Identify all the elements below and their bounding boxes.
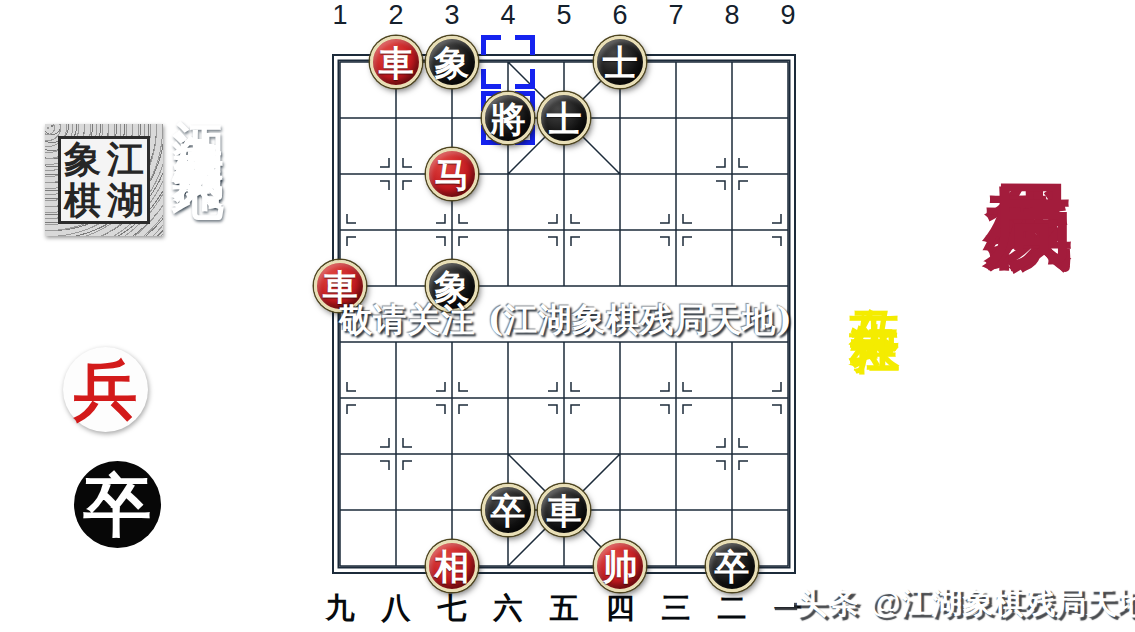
jianghu-xiangqi-seal: 象江棋湖 — [45, 124, 163, 236]
rank-label: 九 — [320, 589, 360, 629]
piece-red-車[interactable]: 車 — [370, 36, 422, 88]
file-label-1: 1 — [322, 0, 358, 31]
seal-char: 象 — [61, 139, 104, 180]
piece-red-相[interactable]: 相 — [426, 540, 478, 592]
rank-label: 四 — [600, 589, 640, 629]
piece-black-卒[interactable]: 卒 — [706, 540, 758, 592]
file-label-8: 8 — [714, 0, 750, 31]
rank-label: 二 — [712, 589, 752, 629]
piece-red-帅[interactable]: 帅 — [594, 540, 646, 592]
toutiao-logo-text: 头条 — [796, 582, 860, 624]
rank-label: 六 — [488, 589, 528, 629]
left-vertical-title: 江湖象棋残局天地 — [172, 80, 226, 550]
footer-brand-row: 头条 @江湖象棋残局天地 — [772, 582, 1135, 624]
file-label-2: 2 — [378, 0, 414, 31]
right-vertical-title: 象棋残局 — [986, 114, 1074, 480]
toutiao-dash-icon — [772, 600, 794, 607]
black-soldier-badge: 卒 — [74, 461, 161, 548]
piece-black-卒[interactable]: 卒 — [482, 484, 534, 536]
file-label-7: 7 — [658, 0, 694, 31]
puzzle-caption: 车马太轻狂 — [850, 266, 900, 566]
page-background: 123456789 九八七六五四三二一 車象士將士马車象卒車相帅卒 敬请关注 (… — [0, 0, 1135, 632]
rank-label: 三 — [656, 589, 696, 629]
piece-black-士[interactable]: 士 — [594, 36, 646, 88]
piece-black-士[interactable]: 士 — [538, 92, 590, 144]
file-label-6: 6 — [602, 0, 638, 31]
seal-char: 江 — [104, 139, 147, 180]
file-label-3: 3 — [434, 0, 470, 31]
file-label-4: 4 — [490, 0, 526, 31]
rank-label: 八 — [376, 589, 416, 629]
file-label-5: 5 — [546, 0, 582, 31]
file-label-9: 9 — [770, 0, 806, 31]
seal-characters: 象江棋湖 — [58, 136, 150, 224]
rank-label: 七 — [432, 589, 472, 629]
channel-handle: @江湖象棋残局天地 — [870, 582, 1135, 624]
piece-black-象[interactable]: 象 — [426, 36, 478, 88]
rank-label: 五 — [544, 589, 584, 629]
piece-black-將[interactable]: 將 — [482, 92, 534, 144]
red-soldier-badge: 兵 — [63, 347, 148, 432]
river-watermark-text: 敬请关注 (江湖象棋残局天地) — [338, 298, 794, 343]
seal-char: 棋 — [61, 180, 104, 221]
seal-char: 湖 — [104, 180, 147, 221]
piece-black-車[interactable]: 車 — [538, 484, 590, 536]
piece-red-马[interactable]: 马 — [426, 148, 478, 200]
